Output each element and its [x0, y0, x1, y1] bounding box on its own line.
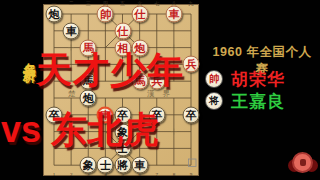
black-soldier[interactable]: 卒 — [183, 106, 200, 123]
file-label: 九 — [187, 1, 195, 6]
red-advisor[interactable]: 仕 — [114, 22, 131, 39]
channel-logo-watermark — [288, 151, 318, 177]
file-label: 三 — [84, 1, 92, 6]
player-row-black: 将 王嘉良 — [205, 91, 285, 111]
black-cannon[interactable]: 炮 — [46, 6, 63, 23]
red-chariot[interactable]: 車 — [165, 6, 182, 23]
headline-top: 天才少年 — [36, 46, 184, 95]
red-soldier[interactable]: 兵 — [183, 56, 200, 73]
file-label: 二 — [67, 1, 75, 6]
video-thumbnail: 一二三四五六七八九 123456789 楚 河 漢 界 炮帥仕車車仕馬相炮兵馬馬… — [0, 0, 320, 180]
headline-bottom: vs 东北虎 — [1, 106, 159, 155]
player-name-red: 胡荣华 — [231, 68, 285, 91]
red-general-icon: 帥 — [205, 70, 223, 88]
red-general[interactable]: 帥 — [97, 6, 114, 23]
player-row-red: 帥 胡荣华 — [205, 69, 285, 89]
file-label: 2 — [67, 172, 75, 177]
logo-center-mark — [300, 159, 306, 166]
black-chariot[interactable]: 車 — [63, 22, 80, 39]
black-chariot[interactable]: 車 — [131, 157, 148, 174]
black-general-icon: 将 — [205, 92, 223, 110]
black-advisor[interactable]: 士 — [97, 157, 114, 174]
file-label: 9 — [187, 172, 195, 177]
file-label: 7 — [153, 172, 161, 177]
black-general[interactable]: 將 — [114, 157, 131, 174]
red-advisor[interactable]: 仕 — [131, 6, 148, 23]
file-label: 五 — [119, 1, 127, 6]
file-label: 8 — [170, 172, 178, 177]
file-label: 七 — [153, 1, 161, 6]
player-name-black: 王嘉良 — [231, 90, 285, 113]
file-label: 1 — [50, 172, 58, 177]
black-elephant[interactable]: 象 — [80, 157, 97, 174]
